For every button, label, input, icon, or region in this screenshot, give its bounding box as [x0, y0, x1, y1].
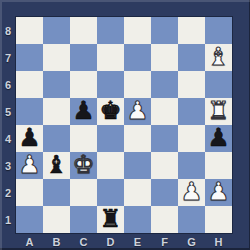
- file-label-e: E: [124, 233, 151, 250]
- square-a3[interactable]: ♟: [16, 152, 43, 179]
- square-c2[interactable]: [70, 179, 97, 206]
- rank-label-5: 5: [0, 98, 16, 125]
- square-d3[interactable]: [97, 152, 124, 179]
- black-rook-icon: ♜: [99, 206, 121, 232]
- square-e4[interactable]: [124, 125, 151, 152]
- square-b5[interactable]: [43, 98, 70, 125]
- white-pawn-icon: ♟: [18, 152, 40, 178]
- square-d4[interactable]: [97, 125, 124, 152]
- square-b2[interactable]: [43, 179, 70, 206]
- square-a4[interactable]: ♟: [16, 125, 43, 152]
- white-pawn-icon: ♟: [126, 98, 148, 124]
- square-b6[interactable]: [43, 71, 70, 98]
- black-pawn-icon: ♟: [72, 98, 94, 124]
- square-e6[interactable]: [124, 71, 151, 98]
- file-label-b: B: [43, 233, 70, 250]
- square-b8[interactable]: [43, 17, 70, 44]
- black-pawn-icon: ♟: [18, 125, 40, 151]
- square-h6[interactable]: [205, 71, 232, 98]
- square-d6[interactable]: [97, 71, 124, 98]
- file-label-g: G: [178, 233, 205, 250]
- square-a2[interactable]: [16, 179, 43, 206]
- square-g3[interactable]: [178, 152, 205, 179]
- square-f6[interactable]: [151, 71, 178, 98]
- square-f3[interactable]: [151, 152, 178, 179]
- square-a6[interactable]: [16, 71, 43, 98]
- file-label-f: F: [151, 233, 178, 250]
- square-a7[interactable]: [16, 44, 43, 71]
- file-labels: ABCDEFGH: [16, 233, 232, 250]
- white-king-icon: ♚: [72, 152, 94, 178]
- square-b7[interactable]: [43, 44, 70, 71]
- black-king-icon: ♚: [99, 98, 121, 124]
- square-c7[interactable]: [70, 44, 97, 71]
- square-h3[interactable]: [205, 152, 232, 179]
- square-g7[interactable]: [178, 44, 205, 71]
- white-bishop-icon: ♝: [207, 44, 229, 70]
- square-f2[interactable]: [151, 179, 178, 206]
- square-f4[interactable]: [151, 125, 178, 152]
- white-rook-icon: ♜: [207, 98, 229, 124]
- square-b1[interactable]: [43, 206, 70, 233]
- square-e8[interactable]: [124, 17, 151, 44]
- square-h5[interactable]: ♜: [205, 98, 232, 125]
- square-d5[interactable]: ♚: [97, 98, 124, 125]
- black-pawn-icon: ♟: [207, 125, 229, 151]
- square-d1[interactable]: ♜: [97, 206, 124, 233]
- square-f8[interactable]: [151, 17, 178, 44]
- rank-labels: 87654321: [0, 17, 16, 233]
- square-f1[interactable]: [151, 206, 178, 233]
- square-d2[interactable]: [97, 179, 124, 206]
- square-e7[interactable]: [124, 44, 151, 71]
- square-f7[interactable]: [151, 44, 178, 71]
- square-g8[interactable]: [178, 17, 205, 44]
- file-label-c: C: [70, 233, 97, 250]
- square-b3[interactable]: ♝: [43, 152, 70, 179]
- file-label-d: D: [97, 233, 124, 250]
- square-g2[interactable]: ♟: [178, 179, 205, 206]
- chess-board: ♝♟♚♟♜♟♟♟♝♚♟♟♜: [16, 17, 232, 233]
- square-a5[interactable]: [16, 98, 43, 125]
- square-h1[interactable]: [205, 206, 232, 233]
- white-pawn-icon: ♟: [180, 179, 202, 205]
- square-e1[interactable]: [124, 206, 151, 233]
- rank-label-6: 6: [0, 71, 16, 98]
- square-c6[interactable]: [70, 71, 97, 98]
- file-label-h: H: [205, 233, 232, 250]
- square-c4[interactable]: [70, 125, 97, 152]
- square-a1[interactable]: [16, 206, 43, 233]
- chess-diagram: 87654321 ♝♟♚♟♜♟♟♟♝♚♟♟♜ ABCDEFGH: [0, 0, 250, 250]
- square-c3[interactable]: ♚: [70, 152, 97, 179]
- rank-label-2: 2: [0, 179, 16, 206]
- square-e5[interactable]: ♟: [124, 98, 151, 125]
- square-c5[interactable]: ♟: [70, 98, 97, 125]
- square-e2[interactable]: [124, 179, 151, 206]
- black-bishop-icon: ♝: [45, 152, 67, 178]
- square-g5[interactable]: [178, 98, 205, 125]
- square-g6[interactable]: [178, 71, 205, 98]
- square-h4[interactable]: ♟: [205, 125, 232, 152]
- square-d7[interactable]: [97, 44, 124, 71]
- white-pawn-icon: ♟: [207, 179, 229, 205]
- square-h8[interactable]: [205, 17, 232, 44]
- square-f5[interactable]: [151, 98, 178, 125]
- square-h2[interactable]: ♟: [205, 179, 232, 206]
- square-h7[interactable]: ♝: [205, 44, 232, 71]
- rank-label-3: 3: [0, 152, 16, 179]
- rank-label-7: 7: [0, 44, 16, 71]
- square-c8[interactable]: [70, 17, 97, 44]
- file-label-a: A: [16, 233, 43, 250]
- square-d8[interactable]: [97, 17, 124, 44]
- square-a8[interactable]: [16, 17, 43, 44]
- square-c1[interactable]: [70, 206, 97, 233]
- rank-label-1: 1: [0, 206, 16, 233]
- square-b4[interactable]: [43, 125, 70, 152]
- square-g4[interactable]: [178, 125, 205, 152]
- square-e3[interactable]: [124, 152, 151, 179]
- square-g1[interactable]: [178, 206, 205, 233]
- rank-label-4: 4: [0, 125, 16, 152]
- rank-label-8: 8: [0, 17, 16, 44]
